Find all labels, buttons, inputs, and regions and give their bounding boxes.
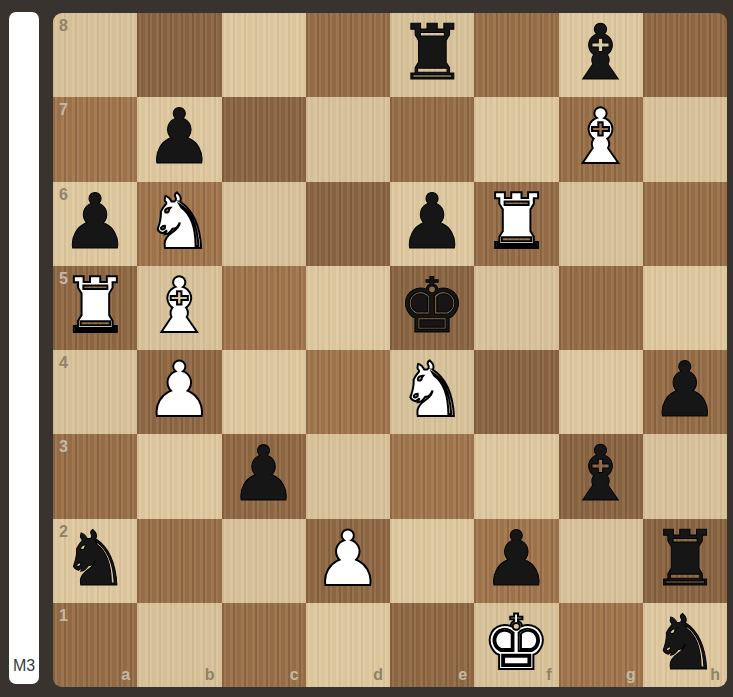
square-b6[interactable]: ♞ (137, 182, 221, 266)
rank-label-7: 7 (59, 101, 68, 119)
square-d1[interactable]: d (306, 603, 390, 687)
square-d4[interactable] (306, 350, 390, 434)
rank-label-5: 5 (59, 270, 68, 288)
white-pawn[interactable]: ♟ (145, 352, 213, 428)
black-pawn[interactable]: ♟ (651, 352, 719, 428)
square-e2[interactable] (390, 519, 474, 603)
square-g7[interactable]: ♝ (559, 97, 643, 181)
square-e7[interactable] (390, 97, 474, 181)
rank-label-2: 2 (59, 523, 68, 541)
square-c1[interactable]: c (222, 603, 306, 687)
file-label-g: g (626, 666, 636, 684)
mate-in-3-label: M3 (9, 657, 39, 675)
square-a7[interactable]: 7 (53, 97, 137, 181)
file-label-h: h (710, 666, 720, 684)
white-king[interactable]: ♚ (482, 605, 550, 681)
black-bishop[interactable]: ♝ (567, 436, 635, 512)
square-b2[interactable] (137, 519, 221, 603)
square-e1[interactable]: e (390, 603, 474, 687)
rank-label-8: 8 (59, 17, 68, 35)
square-a2[interactable]: 2♞ (53, 519, 137, 603)
black-pawn[interactable]: ♟ (61, 184, 129, 260)
square-b8[interactable] (137, 13, 221, 97)
square-f6[interactable]: ♜ (474, 182, 558, 266)
square-c4[interactable] (222, 350, 306, 434)
black-pawn[interactable]: ♟ (482, 521, 550, 597)
square-b1[interactable]: b (137, 603, 221, 687)
rank-label-4: 4 (59, 354, 68, 372)
square-f2[interactable]: ♟ (474, 519, 558, 603)
square-a4[interactable]: 4 (53, 350, 137, 434)
square-h6[interactable] (643, 182, 727, 266)
white-pawn[interactable]: ♟ (314, 521, 382, 597)
black-pawn[interactable]: ♟ (230, 436, 298, 512)
square-b7[interactable]: ♟ (137, 97, 221, 181)
black-pawn[interactable]: ♟ (398, 184, 466, 260)
square-h4[interactable]: ♟ (643, 350, 727, 434)
square-f3[interactable] (474, 434, 558, 518)
black-knight[interactable]: ♞ (61, 521, 129, 597)
file-label-e: e (458, 666, 467, 684)
black-pawn[interactable]: ♟ (145, 99, 213, 175)
square-f7[interactable] (474, 97, 558, 181)
square-e5[interactable]: ♚ (390, 266, 474, 350)
square-h1[interactable]: h♞ (643, 603, 727, 687)
square-c3[interactable]: ♟ (222, 434, 306, 518)
white-knight[interactable]: ♞ (145, 184, 213, 260)
square-b5[interactable]: ♝ (137, 266, 221, 350)
rank-label-1: 1 (59, 607, 68, 625)
square-a3[interactable]: 3 (53, 434, 137, 518)
white-bishop[interactable]: ♝ (567, 99, 635, 175)
square-h2[interactable]: ♜ (643, 519, 727, 603)
white-bishop[interactable]: ♝ (145, 268, 213, 344)
chess-board: 8♜♝7♟♝6♟♞♟♜5♜♝♚4♟♞♟3♟♝2♞♟♟♜1abcdef♚gh♞ (53, 13, 727, 687)
square-f5[interactable] (474, 266, 558, 350)
square-f8[interactable] (474, 13, 558, 97)
black-bishop[interactable]: ♝ (567, 15, 635, 91)
square-c6[interactable] (222, 182, 306, 266)
file-label-f: f (546, 666, 551, 684)
square-e3[interactable] (390, 434, 474, 518)
square-e6[interactable]: ♟ (390, 182, 474, 266)
file-label-b: b (205, 666, 215, 684)
square-f1[interactable]: f♚ (474, 603, 558, 687)
square-c7[interactable] (222, 97, 306, 181)
square-d7[interactable] (306, 97, 390, 181)
square-e8[interactable]: ♜ (390, 13, 474, 97)
square-d8[interactable] (306, 13, 390, 97)
square-g8[interactable]: ♝ (559, 13, 643, 97)
square-h8[interactable] (643, 13, 727, 97)
black-king[interactable]: ♚ (398, 268, 466, 344)
square-d3[interactable] (306, 434, 390, 518)
file-label-a: a (121, 666, 130, 684)
black-rook[interactable]: ♜ (651, 521, 719, 597)
file-label-d: d (373, 666, 383, 684)
square-g1[interactable]: g (559, 603, 643, 687)
white-knight[interactable]: ♞ (398, 352, 466, 428)
square-a1[interactable]: 1a (53, 603, 137, 687)
square-a5[interactable]: 5♜ (53, 266, 137, 350)
square-c2[interactable] (222, 519, 306, 603)
file-label-c: c (290, 666, 299, 684)
square-g5[interactable] (559, 266, 643, 350)
square-a8[interactable]: 8 (53, 13, 137, 97)
square-a6[interactable]: 6♟ (53, 182, 137, 266)
puzzle-sidebar: M3 (9, 12, 39, 684)
square-c5[interactable] (222, 266, 306, 350)
square-h7[interactable] (643, 97, 727, 181)
black-rook[interactable]: ♜ (398, 15, 466, 91)
square-f4[interactable] (474, 350, 558, 434)
square-b3[interactable] (137, 434, 221, 518)
white-rook[interactable]: ♜ (61, 268, 129, 344)
square-g2[interactable] (559, 519, 643, 603)
rank-label-3: 3 (59, 438, 68, 456)
square-h3[interactable] (643, 434, 727, 518)
square-g4[interactable] (559, 350, 643, 434)
square-h5[interactable] (643, 266, 727, 350)
black-knight[interactable]: ♞ (651, 605, 719, 681)
square-d6[interactable] (306, 182, 390, 266)
white-rook[interactable]: ♜ (482, 184, 550, 260)
square-g3[interactable]: ♝ (559, 434, 643, 518)
square-g6[interactable] (559, 182, 643, 266)
rank-label-6: 6 (59, 186, 68, 204)
square-d2[interactable]: ♟ (306, 519, 390, 603)
square-c8[interactable] (222, 13, 306, 97)
square-d5[interactable] (306, 266, 390, 350)
square-e4[interactable]: ♞ (390, 350, 474, 434)
square-b4[interactable]: ♟ (137, 350, 221, 434)
